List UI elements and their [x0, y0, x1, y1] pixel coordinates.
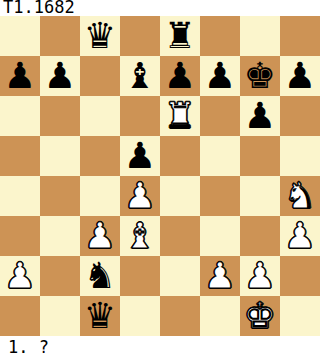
square-e2[interactable] — [160, 256, 200, 296]
white-pawn-piece[interactable]: ♟ — [200, 256, 240, 296]
black-knight-piece[interactable]: ♞ — [80, 256, 120, 296]
square-e7[interactable]: ♟ — [160, 56, 200, 96]
black-pawn-piece[interactable]: ♟ — [0, 56, 40, 96]
square-b6[interactable] — [40, 96, 80, 136]
square-g3[interactable] — [240, 216, 280, 256]
square-h1[interactable] — [280, 296, 320, 336]
square-h3[interactable]: ♟ — [280, 216, 320, 256]
square-c1[interactable]: ♛ — [80, 296, 120, 336]
black-queen-piece[interactable]: ♛ — [80, 16, 120, 56]
white-king-piece[interactable]: ♚ — [240, 296, 280, 336]
square-g2[interactable]: ♟ — [240, 256, 280, 296]
square-d3[interactable]: ♝ — [120, 216, 160, 256]
square-a3[interactable] — [0, 216, 40, 256]
square-d6[interactable] — [120, 96, 160, 136]
black-pawn-piece[interactable]: ♟ — [160, 56, 200, 96]
square-a5[interactable] — [0, 136, 40, 176]
square-h2[interactable] — [280, 256, 320, 296]
square-b5[interactable] — [40, 136, 80, 176]
square-g8[interactable] — [240, 16, 280, 56]
black-pawn-piece[interactable]: ♟ — [40, 56, 80, 96]
square-c5[interactable] — [80, 136, 120, 176]
white-pawn-piece[interactable]: ♟ — [120, 176, 160, 216]
square-h4[interactable]: ♞ — [280, 176, 320, 216]
square-c6[interactable] — [80, 96, 120, 136]
square-c8[interactable]: ♛ — [80, 16, 120, 56]
black-pawn-piece[interactable]: ♟ — [280, 56, 320, 96]
square-f3[interactable] — [200, 216, 240, 256]
square-h8[interactable] — [280, 16, 320, 56]
black-pawn-piece[interactable]: ♟ — [120, 136, 160, 176]
square-a7[interactable]: ♟ — [0, 56, 40, 96]
white-pawn-piece[interactable]: ♟ — [0, 256, 40, 296]
square-a8[interactable] — [0, 16, 40, 56]
square-b2[interactable] — [40, 256, 80, 296]
square-g1[interactable]: ♚ — [240, 296, 280, 336]
square-c2[interactable]: ♞ — [80, 256, 120, 296]
square-e1[interactable] — [160, 296, 200, 336]
white-knight-piece[interactable]: ♞ — [280, 176, 320, 216]
square-d5[interactable]: ♟ — [120, 136, 160, 176]
square-e6[interactable]: ♜ — [160, 96, 200, 136]
black-pawn-piece[interactable]: ♟ — [200, 56, 240, 96]
square-f1[interactable] — [200, 296, 240, 336]
square-h6[interactable] — [280, 96, 320, 136]
square-e5[interactable] — [160, 136, 200, 176]
square-e8[interactable]: ♜ — [160, 16, 200, 56]
square-d8[interactable] — [120, 16, 160, 56]
white-pawn-piece[interactable]: ♟ — [240, 256, 280, 296]
square-b4[interactable] — [40, 176, 80, 216]
white-pawn-piece[interactable]: ♟ — [280, 216, 320, 256]
square-c3[interactable]: ♟ — [80, 216, 120, 256]
square-f8[interactable] — [200, 16, 240, 56]
square-g7[interactable]: ♚ — [240, 56, 280, 96]
square-g4[interactable] — [240, 176, 280, 216]
square-d1[interactable] — [120, 296, 160, 336]
square-a1[interactable] — [0, 296, 40, 336]
square-f6[interactable] — [200, 96, 240, 136]
black-king-piece[interactable]: ♚ — [240, 56, 280, 96]
square-e3[interactable] — [160, 216, 200, 256]
square-h7[interactable]: ♟ — [280, 56, 320, 96]
square-b7[interactable]: ♟ — [40, 56, 80, 96]
square-f5[interactable] — [200, 136, 240, 176]
square-a6[interactable] — [0, 96, 40, 136]
square-f2[interactable]: ♟ — [200, 256, 240, 296]
square-f7[interactable]: ♟ — [200, 56, 240, 96]
chess-board: ♛♜♟♟♝♟♟♚♟♜♟♟♟♞♟♝♟♟♞♟♟♛♚ — [0, 16, 320, 336]
square-a4[interactable] — [0, 176, 40, 216]
black-pawn-piece[interactable]: ♟ — [240, 96, 280, 136]
square-g5[interactable] — [240, 136, 280, 176]
square-d4[interactable]: ♟ — [120, 176, 160, 216]
square-d7[interactable]: ♝ — [120, 56, 160, 96]
white-pawn-piece[interactable]: ♟ — [80, 216, 120, 256]
square-b1[interactable] — [40, 296, 80, 336]
white-rook-piece[interactable]: ♜ — [160, 96, 200, 136]
square-g6[interactable]: ♟ — [240, 96, 280, 136]
move-prompt: 1. ? — [0, 336, 320, 360]
square-e4[interactable] — [160, 176, 200, 216]
square-c7[interactable] — [80, 56, 120, 96]
black-bishop-piece[interactable]: ♝ — [120, 56, 160, 96]
black-rook-piece[interactable]: ♜ — [160, 16, 200, 56]
square-b3[interactable] — [40, 216, 80, 256]
square-a2[interactable]: ♟ — [0, 256, 40, 296]
square-b8[interactable] — [40, 16, 80, 56]
square-c4[interactable] — [80, 176, 120, 216]
puzzle-title: T1.1682 — [0, 0, 320, 16]
black-queen-piece[interactable]: ♛ — [80, 296, 120, 336]
white-bishop-piece[interactable]: ♝ — [120, 216, 160, 256]
square-d2[interactable] — [120, 256, 160, 296]
square-h5[interactable] — [280, 136, 320, 176]
square-f4[interactable] — [200, 176, 240, 216]
